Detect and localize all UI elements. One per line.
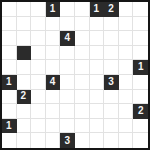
white-cell[interactable] (75, 60, 90, 75)
white-cell[interactable] (17, 133, 32, 148)
white-cell[interactable] (90, 75, 105, 90)
white-cell[interactable] (46, 60, 61, 75)
black-clue-cell: 1 (2, 75, 17, 90)
white-cell[interactable] (75, 90, 90, 105)
white-cell[interactable] (46, 31, 61, 46)
white-cell[interactable] (2, 60, 17, 75)
white-cell[interactable] (2, 104, 17, 119)
white-cell[interactable] (17, 2, 32, 17)
white-cell[interactable] (90, 17, 105, 32)
white-cell[interactable] (17, 60, 32, 75)
white-cell[interactable] (31, 46, 46, 61)
white-cell[interactable] (90, 90, 105, 105)
white-cell[interactable] (17, 119, 32, 134)
white-cell[interactable] (104, 46, 119, 61)
white-cell[interactable] (133, 46, 148, 61)
white-cell[interactable] (75, 75, 90, 90)
white-cell[interactable] (31, 104, 46, 119)
white-cell[interactable] (17, 75, 32, 90)
white-cell[interactable] (133, 133, 148, 148)
black-clue-cell: 2 (104, 2, 119, 17)
white-cell[interactable] (90, 60, 105, 75)
white-cell[interactable] (75, 119, 90, 134)
white-cell[interactable] (75, 46, 90, 61)
white-cell[interactable] (119, 46, 134, 61)
white-cell[interactable] (46, 46, 61, 61)
black-clue-cell: 1 (46, 2, 61, 17)
white-cell[interactable] (2, 46, 17, 61)
white-cell[interactable] (119, 17, 134, 32)
white-cell[interactable] (2, 133, 17, 148)
akari-board: 112411432213 (0, 0, 150, 150)
white-cell[interactable] (46, 133, 61, 148)
white-cell[interactable] (104, 60, 119, 75)
white-cell[interactable] (75, 133, 90, 148)
white-cell[interactable] (104, 31, 119, 46)
white-cell[interactable] (90, 104, 105, 119)
white-cell[interactable] (133, 17, 148, 32)
white-cell[interactable] (90, 133, 105, 148)
white-cell[interactable] (2, 2, 17, 17)
white-cell[interactable] (17, 31, 32, 46)
white-cell[interactable] (31, 119, 46, 134)
white-cell[interactable] (119, 2, 134, 17)
white-cell[interactable] (104, 119, 119, 134)
black-clue-cell: 1 (133, 60, 148, 75)
black-clue-cell: 4 (46, 75, 61, 90)
white-cell[interactable] (46, 90, 61, 105)
white-cell[interactable] (90, 31, 105, 46)
white-cell[interactable] (60, 119, 75, 134)
black-clue-cell: 1 (2, 119, 17, 134)
white-cell[interactable] (46, 104, 61, 119)
white-cell[interactable] (46, 17, 61, 32)
white-cell[interactable] (119, 119, 134, 134)
white-cell[interactable] (75, 2, 90, 17)
white-cell[interactable] (75, 17, 90, 32)
white-cell[interactable] (31, 31, 46, 46)
black-clue-cell: 1 (90, 2, 105, 17)
white-cell[interactable] (60, 46, 75, 61)
white-cell[interactable] (119, 104, 134, 119)
white-cell[interactable] (75, 31, 90, 46)
white-cell[interactable] (46, 119, 61, 134)
white-cell[interactable] (119, 133, 134, 148)
white-cell[interactable] (60, 90, 75, 105)
white-cell[interactable] (133, 90, 148, 105)
white-cell[interactable] (60, 17, 75, 32)
white-cell[interactable] (2, 31, 17, 46)
white-cell[interactable] (31, 60, 46, 75)
white-cell[interactable] (17, 104, 32, 119)
white-cell[interactable] (90, 119, 105, 134)
black-clue-cell: 4 (60, 31, 75, 46)
white-cell[interactable] (104, 133, 119, 148)
white-cell[interactable] (31, 2, 46, 17)
white-cell[interactable] (2, 17, 17, 32)
white-cell[interactable] (104, 17, 119, 32)
black-clue-cell: 2 (133, 104, 148, 119)
white-cell[interactable] (31, 17, 46, 32)
white-cell[interactable] (31, 133, 46, 148)
white-cell[interactable] (90, 46, 105, 61)
black-clue-cell: 3 (60, 133, 75, 148)
black-clue-cell: 2 (17, 90, 32, 105)
white-cell[interactable] (133, 75, 148, 90)
white-cell[interactable] (17, 17, 32, 32)
white-cell[interactable] (60, 2, 75, 17)
white-cell[interactable] (133, 31, 148, 46)
black-clue-cell: 3 (104, 75, 119, 90)
white-cell[interactable] (75, 104, 90, 119)
white-cell[interactable] (119, 90, 134, 105)
white-cell[interactable] (31, 90, 46, 105)
white-cell[interactable] (60, 75, 75, 90)
black-wall-cell (17, 46, 32, 61)
white-cell[interactable] (2, 90, 17, 105)
white-cell[interactable] (104, 90, 119, 105)
white-cell[interactable] (31, 75, 46, 90)
white-cell[interactable] (60, 104, 75, 119)
white-cell[interactable] (104, 104, 119, 119)
white-cell[interactable] (133, 119, 148, 134)
white-cell[interactable] (119, 60, 134, 75)
white-cell[interactable] (133, 2, 148, 17)
white-cell[interactable] (119, 31, 134, 46)
white-cell[interactable] (119, 75, 134, 90)
white-cell[interactable] (60, 60, 75, 75)
